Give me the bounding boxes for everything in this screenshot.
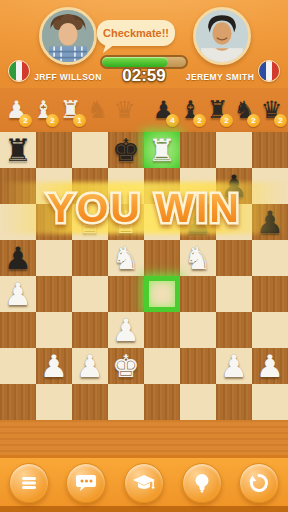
chat-bubble-icon <box>75 472 97 494</box>
square-g4[interactable] <box>216 276 252 312</box>
left-avatar-image <box>42 10 94 62</box>
square-f1[interactable] <box>180 384 216 420</box>
left-player-avatar[interactable] <box>39 7 97 65</box>
chat-button[interactable] <box>66 463 106 503</box>
chess-board[interactable]: ♜♚♜♟♛♛♟♟♟♞♞♟♟♟♟♚♟♟ <box>0 132 288 420</box>
square-h3[interactable] <box>252 312 288 348</box>
square-d4[interactable] <box>108 276 144 312</box>
square-c2[interactable]: ♟ <box>72 348 108 384</box>
square-g1[interactable] <box>216 384 252 420</box>
undo-button[interactable] <box>239 463 279 503</box>
graduation-cap-icon <box>132 472 156 494</box>
square-b8[interactable] <box>36 132 72 168</box>
square-b1[interactable] <box>36 384 72 420</box>
captured-slot-pawn: ♟4 <box>150 93 177 127</box>
white-pawn: ♟ <box>40 348 68 384</box>
white-knight: ♞ <box>112 240 140 276</box>
right-player-avatar[interactable] <box>193 7 251 65</box>
square-e8[interactable]: ♜ <box>144 132 180 168</box>
square-e3[interactable] <box>144 312 180 348</box>
square-b2[interactable]: ♟ <box>36 348 72 384</box>
you-win-banner: YOU WIN <box>0 178 288 238</box>
white-rook: ♜ <box>148 132 176 168</box>
chat-bubble: Checkmate!! <box>97 20 175 46</box>
square-h5[interactable] <box>252 240 288 276</box>
captured-slot-queen: ♛ <box>111 93 138 127</box>
square-a5[interactable]: ♟ <box>0 240 36 276</box>
black-pawn: ♟ <box>4 240 32 276</box>
black-rook: ♜ <box>4 132 32 168</box>
lightbulb-icon <box>192 472 212 494</box>
square-f8[interactable] <box>180 132 216 168</box>
square-b4[interactable] <box>36 276 72 312</box>
black-king: ♚ <box>112 132 140 168</box>
square-b5[interactable] <box>36 240 72 276</box>
white-pawn: ♟ <box>112 312 140 348</box>
wood-background-strip <box>0 420 288 455</box>
captured-slot-bishop: ♝2 <box>30 93 57 127</box>
square-e1[interactable] <box>144 384 180 420</box>
square-b3[interactable] <box>36 312 72 348</box>
square-e2[interactable] <box>144 348 180 384</box>
white-pawn: ♟ <box>4 276 32 312</box>
captured-black-tray: ♟4♝2♜2♞2♛2 <box>150 93 285 127</box>
square-h1[interactable] <box>252 384 288 420</box>
white-pawn: ♟ <box>256 348 284 384</box>
square-h2[interactable]: ♟ <box>252 348 288 384</box>
hamburger-icon <box>19 473 39 493</box>
square-d3[interactable]: ♟ <box>108 312 144 348</box>
square-f4[interactable] <box>180 276 216 312</box>
chat-bubble-text: Checkmate!! <box>103 27 169 39</box>
square-f3[interactable] <box>180 312 216 348</box>
square-a4[interactable]: ♟ <box>0 276 36 312</box>
square-a2[interactable] <box>0 348 36 384</box>
captured-slot-rook: ♜2 <box>204 93 231 127</box>
hint-button[interactable] <box>182 463 222 503</box>
placeholder-knight-icon: ♞ <box>87 96 109 124</box>
square-c3[interactable] <box>72 312 108 348</box>
captured-slot-rook: ♜1 <box>57 93 84 127</box>
white-pawn: ♟ <box>76 348 104 384</box>
square-c4[interactable] <box>72 276 108 312</box>
captured-slot-knight: ♞ <box>84 93 111 127</box>
white-pawn: ♟ <box>220 348 248 384</box>
square-d2[interactable]: ♚ <box>108 348 144 384</box>
square-g5[interactable] <box>216 240 252 276</box>
square-e5[interactable] <box>144 240 180 276</box>
captured-slot-bishop: ♝2 <box>177 93 204 127</box>
captured-slot-knight: ♞2 <box>231 93 258 127</box>
square-d8[interactable]: ♚ <box>108 132 144 168</box>
captured-slot-queen: ♛2 <box>258 93 285 127</box>
square-a3[interactable] <box>0 312 36 348</box>
square-f5[interactable]: ♞ <box>180 240 216 276</box>
white-king: ♚ <box>112 348 140 384</box>
square-e4[interactable] <box>144 276 180 312</box>
captured-count-badge: 2 <box>274 114 287 127</box>
match-header: Checkmate!! JRFF WILLSON JEREMY SMITH 02… <box>0 0 288 88</box>
square-c5[interactable] <box>72 240 108 276</box>
captured-pieces-row: ♟2♝2♜1♞♛ ♟4♝2♜2♞2♛2 <box>0 88 288 132</box>
captured-slot-pawn: ♟2 <box>3 93 30 127</box>
you-win-text: YOU WIN <box>47 185 241 231</box>
square-a1[interactable] <box>0 384 36 420</box>
square-d1[interactable] <box>108 384 144 420</box>
learn-button[interactable] <box>124 463 164 503</box>
square-a8[interactable]: ♜ <box>0 132 36 168</box>
placeholder-queen-icon: ♛ <box>114 96 136 124</box>
bottom-toolbar <box>0 455 288 512</box>
white-knight: ♞ <box>184 240 212 276</box>
square-f2[interactable] <box>180 348 216 384</box>
captured-white-tray: ♟2♝2♜1♞♛ <box>3 93 138 127</box>
undo-rotate-icon <box>248 472 270 494</box>
square-d5[interactable]: ♞ <box>108 240 144 276</box>
square-h4[interactable] <box>252 276 288 312</box>
square-h8[interactable] <box>252 132 288 168</box>
timer-clock: 02:59 <box>94 66 194 86</box>
square-g8[interactable] <box>216 132 252 168</box>
chess-app: Checkmate!! JRFF WILLSON JEREMY SMITH 02… <box>0 0 288 512</box>
square-g3[interactable] <box>216 312 252 348</box>
menu-button[interactable] <box>9 463 49 503</box>
square-g2[interactable]: ♟ <box>216 348 252 384</box>
right-avatar-image <box>196 10 248 62</box>
square-c1[interactable] <box>72 384 108 420</box>
square-c8[interactable] <box>72 132 108 168</box>
